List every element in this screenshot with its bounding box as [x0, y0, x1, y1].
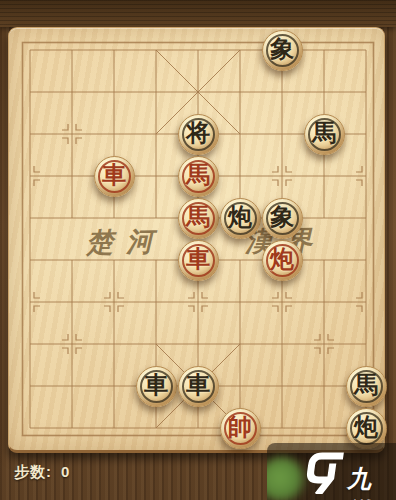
red-chariot[interactable]: 車	[178, 240, 219, 281]
piece-glyph: 象	[270, 205, 294, 229]
piece-glyph: 炮	[270, 247, 294, 271]
black-elephant[interactable]: 象	[262, 30, 303, 71]
piece-glyph: 車	[186, 373, 210, 397]
top-wood-bar	[0, 0, 396, 27]
piece-ring: 車	[182, 370, 215, 403]
piece-glyph: 炮	[228, 205, 252, 229]
leaf-decoration	[267, 457, 305, 500]
move-count-label: 步数:	[14, 463, 52, 480]
piece-ring: 車	[182, 244, 215, 277]
piece-ring: 車	[140, 370, 173, 403]
piece-glyph: 馬	[354, 373, 378, 397]
jiuyou-watermark: 九游	[267, 443, 396, 500]
piece-glyph: 車	[102, 163, 126, 187]
piece-glyph: 将	[186, 121, 210, 145]
piece-glyph: 炮	[354, 415, 378, 439]
piece-ring: 車	[98, 160, 131, 193]
move-count-value: 0	[61, 463, 70, 480]
piece-ring: 炮	[266, 244, 299, 277]
piece-ring: 馬	[182, 160, 215, 193]
piece-ring: 馬	[308, 118, 341, 151]
red-general[interactable]: 帥	[220, 408, 261, 449]
red-cannon[interactable]: 炮	[262, 240, 303, 281]
piece-glyph: 馬	[186, 205, 210, 229]
red-horse[interactable]: 馬	[178, 198, 219, 239]
black-general[interactable]: 将	[178, 114, 219, 155]
piece-ring: 将	[182, 118, 215, 151]
red-chariot[interactable]: 車	[94, 156, 135, 197]
piece-ring: 象	[266, 202, 299, 235]
jiuyou-g-logo-icon	[305, 448, 345, 494]
piece-ring: 馬	[182, 202, 215, 235]
black-chariot[interactable]: 車	[136, 366, 177, 407]
piece-ring: 炮	[350, 412, 383, 445]
black-chariot[interactable]: 車	[178, 366, 219, 407]
black-cannon[interactable]: 炮	[220, 198, 261, 239]
piece-glyph: 馬	[312, 121, 336, 145]
piece-glyph: 帥	[228, 415, 252, 439]
piece-ring: 馬	[350, 370, 383, 403]
piece-ring: 帥	[224, 412, 257, 445]
piece-glyph: 馬	[186, 163, 210, 187]
jiuyou-brand-text: 九游	[347, 463, 396, 500]
black-horse[interactable]: 馬	[304, 114, 345, 155]
piece-glyph: 象	[270, 37, 294, 61]
move-counter: 步数:0	[14, 463, 70, 482]
piece-glyph: 車	[144, 373, 168, 397]
black-elephant[interactable]: 象	[262, 198, 303, 239]
board-grid[interactable]: 象将馬車馬馬炮象車炮車車馬帥炮	[9, 29, 387, 449]
black-horse[interactable]: 馬	[346, 366, 387, 407]
piece-ring: 象	[266, 34, 299, 67]
red-horse[interactable]: 馬	[178, 156, 219, 197]
piece-ring: 炮	[224, 202, 257, 235]
piece-glyph: 車	[186, 247, 210, 271]
xiangqi-app: 楚河 漢界 象将馬車馬馬炮象車炮車車馬帥炮 步数:0 九游	[0, 0, 396, 500]
